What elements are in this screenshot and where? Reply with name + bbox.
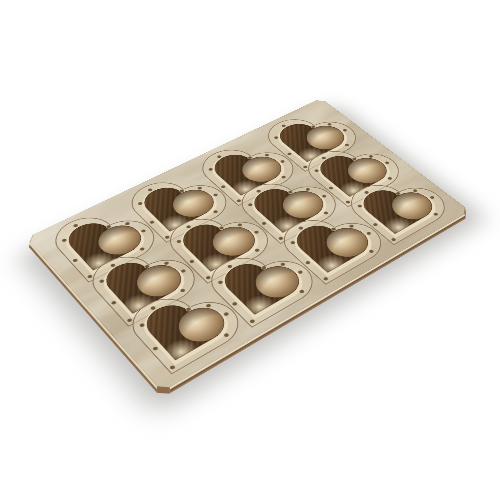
product-photo [0, 0, 500, 500]
heart-mold-pan [20, 98, 476, 402]
